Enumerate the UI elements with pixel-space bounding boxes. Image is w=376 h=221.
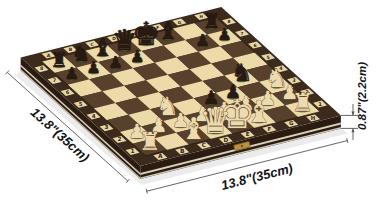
dimension-line [347,138,348,143]
svg-text:♟: ♟ [217,25,232,44]
svg-text:♟: ♟ [65,64,80,83]
piece-black-pawn-b7: ♟ [86,58,101,77]
svg-text:♟: ♟ [195,31,210,50]
rank-label: 6 [66,89,70,95]
file-label: B [180,148,185,154]
rank-label: 3 [105,124,109,130]
product-image: AABBCCDDEEFFGGHH1122334455667788 ♜♝♟♚♟♛♝… [0,0,376,221]
rank-label: 5 [266,55,269,60]
rank-label: 2 [118,136,122,142]
svg-text:♟: ♟ [86,58,101,77]
rank-label: 4 [92,113,96,119]
rank-label: 1 [318,101,322,107]
svg-text:♟: ♟ [108,53,123,72]
bottom-dimension-label: 13.8"(35cm) [219,160,294,193]
rank-label: 7 [53,77,57,83]
piece-black-pawn-g7: ♟ [195,31,210,50]
piece-black-pawn-d7: ♟ [130,47,145,66]
piece-white-bishop-c1: ♝ [180,111,207,146]
arrow-down-icon [351,112,354,116]
rank-label: 1 [131,148,135,154]
svg-text:♝: ♝ [180,111,207,146]
rank-label: 8 [228,19,231,24]
piece-black-pawn-c7: ♟ [108,53,123,72]
chess-set-scene: AABBCCDDEEFFGGHH1122334455667788 ♜♝♟♚♟♛♝… [0,0,376,221]
svg-text:♜: ♜ [139,127,161,156]
piece-black-pawn-a7: ♟ [65,64,80,83]
right-dimension-label: 0.87"(2.2cm) [356,62,368,130]
piece-white-rook-h1: ♜ [291,88,313,117]
dimension-line [146,189,147,194]
piece-black-pawn-h7: ♟ [217,25,232,44]
arrow-up-icon [351,128,354,132]
rank-label: 6 [253,43,256,48]
svg-text:♟: ♟ [130,47,145,66]
rank-label: 7 [241,31,244,36]
file-label: G [289,120,294,126]
rank-label: 5 [79,101,83,107]
svg-text:♜: ♜ [291,88,313,117]
piece-white-rook-a1: ♜ [139,127,161,156]
